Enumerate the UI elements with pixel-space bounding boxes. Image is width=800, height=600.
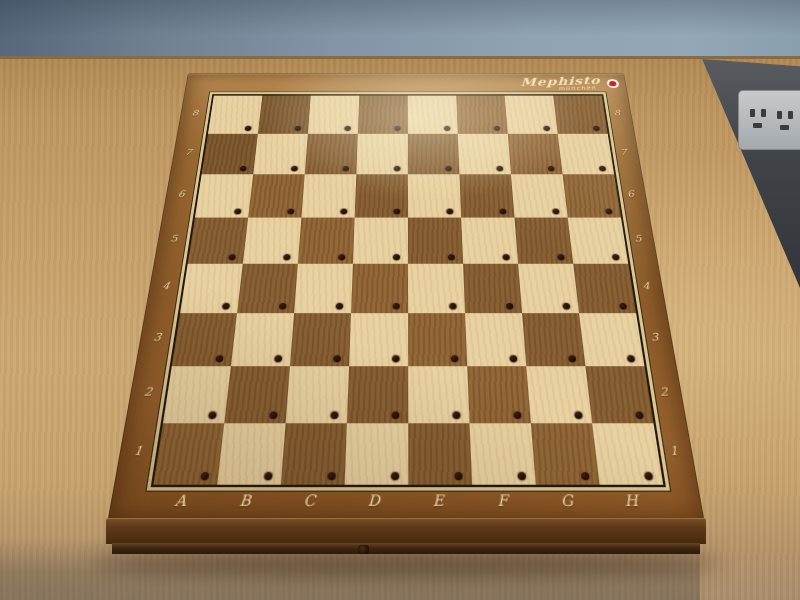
sensor-dot <box>274 355 282 362</box>
sensor-dot <box>278 303 286 309</box>
square-a4[interactable] <box>180 264 243 313</box>
sensor-dot <box>393 254 400 260</box>
square-g8[interactable] <box>505 96 558 134</box>
sensor-dot <box>446 209 453 215</box>
sensor-dot <box>611 254 619 260</box>
sensor-dot <box>598 166 605 171</box>
square-g5[interactable] <box>514 218 573 264</box>
square-f4[interactable] <box>463 264 522 313</box>
sensor-dot <box>200 472 209 480</box>
square-f8[interactable] <box>456 96 508 134</box>
sensor-dot <box>392 303 399 309</box>
board-front-edge <box>106 518 706 544</box>
sensor-dot <box>391 411 399 418</box>
file-label-c: C <box>276 485 343 521</box>
sensor-dot <box>294 126 301 131</box>
sensor-dot <box>454 472 462 480</box>
sensor-dot <box>263 472 272 480</box>
square-d7[interactable] <box>356 134 408 175</box>
square-d1[interactable] <box>345 423 409 485</box>
sensor-dot <box>291 166 298 171</box>
sensor-dot <box>452 411 460 418</box>
sensor-dot <box>574 411 583 418</box>
sensor-dot <box>344 126 351 131</box>
sensor-dot <box>391 472 399 480</box>
sensor-dot <box>513 411 521 418</box>
sensor-dot <box>580 472 589 480</box>
sensor-dot <box>444 126 450 131</box>
square-f7[interactable] <box>458 134 511 175</box>
sensor-dot <box>493 126 500 131</box>
square-f5[interactable] <box>461 218 518 264</box>
sensor-dot <box>552 209 559 215</box>
sensor-dot <box>447 254 454 260</box>
power-socket <box>738 90 800 150</box>
sensor-dot <box>340 209 347 215</box>
sensor-dot <box>330 411 338 418</box>
square-h7[interactable] <box>558 134 614 175</box>
sensor-dot <box>333 355 341 362</box>
square-c5[interactable] <box>298 218 355 264</box>
square-d4[interactable] <box>351 264 408 313</box>
square-f1[interactable] <box>470 423 536 485</box>
sensor-dot <box>228 254 236 260</box>
square-e7[interactable] <box>408 134 460 175</box>
playing-area <box>151 94 666 487</box>
square-b2[interactable] <box>224 366 290 423</box>
square-c2[interactable] <box>286 366 349 423</box>
square-b6[interactable] <box>248 174 305 217</box>
rank-label-7: 7 <box>170 132 206 172</box>
sensor-dot <box>327 472 335 480</box>
wall <box>0 0 800 64</box>
square-b7[interactable] <box>253 134 308 175</box>
sensor-dot <box>517 472 526 480</box>
square-c8[interactable] <box>308 96 359 134</box>
square-a2[interactable] <box>163 366 231 423</box>
sensor-dot <box>543 126 550 131</box>
square-g6[interactable] <box>511 174 568 217</box>
sensor-dot <box>239 166 246 171</box>
sensor-dot <box>562 303 570 309</box>
square-f2[interactable] <box>467 366 531 423</box>
sensor-dot <box>283 254 290 260</box>
sensor-dot <box>335 303 343 309</box>
sensor-dot <box>509 355 517 362</box>
square-g2[interactable] <box>526 366 592 423</box>
sensor-dot <box>626 355 635 362</box>
sensor-dot <box>547 166 554 171</box>
drawer-edge <box>112 543 700 554</box>
logo-badge-icon <box>606 79 620 88</box>
sensor-dot <box>269 411 277 418</box>
square-b8[interactable] <box>258 96 311 134</box>
sensor-dot <box>234 209 241 215</box>
square-c6[interactable] <box>301 174 356 217</box>
square-b3[interactable] <box>231 313 294 366</box>
square-a6[interactable] <box>195 174 253 217</box>
square-c1[interactable] <box>281 423 347 485</box>
square-d3[interactable] <box>349 313 408 366</box>
square-g1[interactable] <box>531 423 600 485</box>
file-label-h: H <box>597 485 666 521</box>
square-c4[interactable] <box>294 264 353 313</box>
file-label-b: B <box>211 485 279 521</box>
square-b5[interactable] <box>243 218 302 264</box>
square-b1[interactable] <box>217 423 285 485</box>
sensor-dot <box>499 209 506 215</box>
file-label-g: G <box>533 485 601 521</box>
sensor-dot <box>392 355 400 362</box>
sensor-dot <box>244 126 251 131</box>
file-label-a: A <box>145 485 214 521</box>
square-e2[interactable] <box>408 366 469 423</box>
file-label-d: D <box>341 485 406 521</box>
sensor-dot <box>338 254 345 260</box>
square-a1[interactable] <box>153 423 224 485</box>
square-e6[interactable] <box>408 174 461 217</box>
square-e3[interactable] <box>408 313 467 366</box>
drawer-knob[interactable] <box>358 545 369 554</box>
sensor-dot <box>287 209 294 215</box>
square-b4[interactable] <box>237 264 298 313</box>
square-e8[interactable] <box>408 96 458 134</box>
square-c7[interactable] <box>305 134 358 175</box>
sensor-dot <box>635 411 644 418</box>
sensor-dot <box>445 166 452 171</box>
square-d5[interactable] <box>353 218 408 264</box>
square-d8[interactable] <box>358 96 408 134</box>
rank-label-8: 8 <box>177 94 212 132</box>
sensor-dot <box>393 209 400 215</box>
square-f3[interactable] <box>465 313 526 366</box>
sensor-dot <box>342 166 349 171</box>
square-e5[interactable] <box>408 218 463 264</box>
square-f6[interactable] <box>459 174 514 217</box>
square-h6[interactable] <box>563 174 621 217</box>
square-a5[interactable] <box>188 218 248 264</box>
square-e4[interactable] <box>408 264 465 313</box>
sensor-dot <box>619 303 627 309</box>
sensor-dot <box>502 254 509 260</box>
sensor-dot <box>394 126 400 131</box>
sensor-dot <box>449 303 456 309</box>
sensor-dot <box>215 355 223 362</box>
sensor-dot <box>393 166 400 171</box>
sensor-dot <box>450 355 458 362</box>
sensor-dot <box>593 126 600 131</box>
square-e1[interactable] <box>408 423 472 485</box>
sensor-dot <box>505 303 513 309</box>
sensor-dot <box>496 166 503 171</box>
square-a8[interactable] <box>208 96 262 134</box>
sensor-dot <box>568 355 576 362</box>
scene: 87654321 87654321 ABCDEFGH Mephisto münc… <box>0 0 800 600</box>
mephisto-logo: Mephisto münchen <box>470 74 620 92</box>
sensor-dot <box>208 411 217 418</box>
square-g4[interactable] <box>518 264 579 313</box>
sensor-dot <box>605 209 613 215</box>
sensor-dot <box>644 472 653 480</box>
square-c3[interactable] <box>290 313 351 366</box>
sensor-dot <box>557 254 565 260</box>
file-label-f: F <box>470 485 537 521</box>
square-g7[interactable] <box>508 134 563 175</box>
square-a3[interactable] <box>172 313 237 366</box>
square-h8[interactable] <box>553 96 608 134</box>
square-d2[interactable] <box>347 366 408 423</box>
square-g3[interactable] <box>522 313 585 366</box>
file-label-e: E <box>406 485 471 521</box>
square-a7[interactable] <box>202 134 258 175</box>
square-d6[interactable] <box>355 174 408 217</box>
chess-board: 87654321 87654321 ABCDEFGH Mephisto münc… <box>108 73 705 520</box>
sensor-dot <box>222 303 230 309</box>
